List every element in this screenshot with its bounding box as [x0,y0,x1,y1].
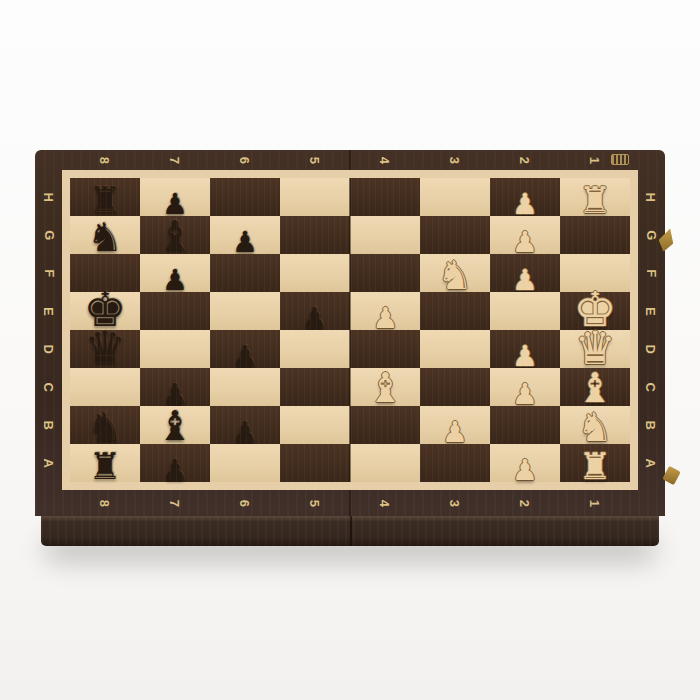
black-pawn-c7: ♟ [140,380,210,409]
board-frame: ♜♟♟♜♞♝♟♟♟♞♟♚♟♟♚♛♟♟♛♟♝♟♝♞♝♟♟♞♜♟♟♜ 8765432… [35,150,665,516]
square-f5[interactable] [280,254,350,292]
square-e1[interactable]: ♚ [560,292,630,330]
square-e3[interactable] [420,292,490,330]
file-left-label-d: D [38,330,60,368]
white-pawn-e4: ♟ [351,304,420,333]
white-pawn-g2: ♟ [490,228,560,257]
file-right-label-a: A [640,444,662,482]
fold-seam-bottom [349,490,351,516]
square-b4[interactable] [350,406,420,444]
square-h4[interactable] [350,178,420,216]
rank-bottom-label-7: 7 [140,493,210,513]
black-queen-d8: ♛ [70,325,140,371]
square-f7[interactable]: ♟ [140,254,210,292]
white-pawn-a2: ♟ [490,456,560,485]
square-b3[interactable]: ♟ [420,406,490,444]
square-h8[interactable]: ♜ [70,178,140,216]
square-f1[interactable] [560,254,630,292]
fold-seam-box [350,516,352,546]
square-b7[interactable]: ♝ [140,406,210,444]
white-rook-h1: ♜ [560,182,630,219]
square-a4[interactable] [350,444,420,482]
file-left-label-g: G [38,216,60,254]
square-a1[interactable]: ♜ [560,444,630,482]
board-grid: ♜♟♟♜♞♝♟♟♟♞♟♚♟♟♚♛♟♟♛♟♝♟♝♞♝♟♟♞♜♟♟♜ [70,178,630,482]
square-c1[interactable]: ♝ [560,368,630,406]
black-pawn-b6: ♟ [210,418,280,447]
square-g5[interactable] [280,216,350,254]
file-left-label-a: A [38,444,60,482]
white-queen-d1: ♛ [560,325,630,371]
square-g6[interactable]: ♟ [210,216,280,254]
square-b8[interactable]: ♞ [70,406,140,444]
square-f2[interactable]: ♟ [490,254,560,292]
square-c8[interactable] [70,368,140,406]
square-c6[interactable] [210,368,280,406]
black-pawn-g6: ♟ [210,228,280,257]
file-left-label-h: H [38,178,60,216]
square-c7[interactable]: ♟ [140,368,210,406]
square-d7[interactable] [140,330,210,368]
file-right-label-b: B [640,406,662,444]
file-right-label-f: F [640,254,662,292]
square-a7[interactable]: ♟ [140,444,210,482]
square-h6[interactable] [210,178,280,216]
rank-top-label-5: 5 [280,151,350,169]
rank-top-label-6: 6 [210,151,280,169]
square-g8[interactable]: ♞ [70,216,140,254]
rank-bottom-label-2: 2 [490,493,560,513]
fold-seam-top [349,150,351,170]
square-f8[interactable] [70,254,140,292]
square-g3[interactable] [420,216,490,254]
board-inner-border: ♜♟♟♜♞♝♟♟♟♞♟♚♟♟♚♛♟♟♛♟♝♟♝♞♝♟♟♞♜♟♟♜ [62,170,638,490]
square-g4[interactable] [350,216,420,254]
square-d6[interactable]: ♟ [210,330,280,368]
black-bishop-g7: ♝ [140,216,210,257]
rank-bottom-label-8: 8 [70,493,140,513]
brand-logo-icon [611,154,629,165]
rank-bottom-label-5: 5 [280,493,350,513]
rank-top-label-4: 4 [350,151,420,169]
square-e4[interactable]: ♟ [350,292,420,330]
brass-latch-icon [662,466,681,485]
square-h5[interactable] [280,178,350,216]
file-labels-left: HGFEDCBA [38,178,60,482]
box-side-panel [41,516,659,546]
square-e5[interactable]: ♟ [280,292,350,330]
rank-top-label-2: 2 [490,151,560,169]
square-c5[interactable] [280,368,350,406]
file-left-label-e: E [38,292,60,330]
square-e6[interactable] [210,292,280,330]
square-f4[interactable] [350,254,420,292]
square-f3[interactable]: ♞ [420,254,490,292]
square-h2[interactable]: ♟ [490,178,560,216]
white-pawn-d2: ♟ [490,342,560,371]
square-c4[interactable]: ♝ [350,368,420,406]
square-a2[interactable]: ♟ [490,444,560,482]
black-knight-g8: ♞ [70,217,140,257]
black-pawn-h7: ♟ [140,190,210,219]
black-knight-b8: ♞ [70,407,140,447]
white-knight-f3: ♞ [420,255,490,295]
rank-bottom-label-1: 1 [560,493,630,513]
square-d8[interactable]: ♛ [70,330,140,368]
square-f6[interactable] [210,254,280,292]
file-left-label-c: C [38,368,60,406]
file-right-label-d: D [640,330,662,368]
square-b1[interactable]: ♞ [560,406,630,444]
white-knight-b1: ♞ [560,407,630,447]
rank-top-label-8: 8 [70,151,140,169]
square-e2[interactable] [490,292,560,330]
black-pawn-d6: ♟ [210,342,280,371]
black-pawn-a7: ♟ [140,456,210,485]
rank-bottom-label-6: 6 [210,493,280,513]
square-h7[interactable]: ♟ [140,178,210,216]
square-b6[interactable]: ♟ [210,406,280,444]
white-pawn-f2: ♟ [490,266,560,295]
file-left-label-f: F [38,254,60,292]
square-d4[interactable] [350,330,420,368]
square-a8[interactable]: ♜ [70,444,140,482]
white-rook-a1: ♜ [560,448,630,485]
black-rook-h8: ♜ [70,182,140,219]
black-bishop-b7: ♝ [140,406,210,447]
white-bishop-c4: ♝ [351,368,420,409]
rank-bottom-label-3: 3 [420,493,490,513]
square-b5[interactable] [280,406,350,444]
black-pawn-e5: ♟ [280,304,349,333]
file-right-label-c: C [640,368,662,406]
square-d1[interactable]: ♛ [560,330,630,368]
square-a5[interactable] [280,444,350,482]
white-king-e1: ♚ [560,285,630,333]
square-a3[interactable] [420,444,490,482]
black-king-e8: ♚ [70,285,140,333]
square-g2[interactable]: ♟ [490,216,560,254]
file-right-label-h: H [640,178,662,216]
square-d2[interactable]: ♟ [490,330,560,368]
square-b2[interactable] [490,406,560,444]
square-g1[interactable] [560,216,630,254]
product-photo: ♜♟♟♜♞♝♟♟♟♞♟♚♟♟♚♛♟♟♛♟♝♟♝♞♝♟♟♞♜♟♟♜ 8765432… [0,0,700,700]
square-a6[interactable] [210,444,280,482]
chess-set: ♜♟♟♜♞♝♟♟♟♞♟♚♟♟♚♛♟♟♛♟♝♟♝♞♝♟♟♞♜♟♟♜ 8765432… [35,150,665,546]
white-pawn-c2: ♟ [490,380,560,409]
black-rook-a8: ♜ [70,448,140,485]
file-right-label-e: E [640,292,662,330]
square-e7[interactable] [140,292,210,330]
square-e8[interactable]: ♚ [70,292,140,330]
black-pawn-f7: ♟ [140,266,210,295]
rank-top-label-7: 7 [140,151,210,169]
white-pawn-b3: ♟ [420,418,490,447]
rank-top-label-3: 3 [420,151,490,169]
square-g7[interactable]: ♝ [140,216,210,254]
square-c2[interactable]: ♟ [490,368,560,406]
square-d5[interactable] [280,330,350,368]
square-c3[interactable] [420,368,490,406]
white-bishop-c1: ♝ [560,368,630,409]
rank-bottom-label-4: 4 [350,493,420,513]
square-h3[interactable] [420,178,490,216]
square-d3[interactable] [420,330,490,368]
file-left-label-b: B [38,406,60,444]
file-right-label-g: G [640,216,662,254]
white-pawn-h2: ♟ [490,190,560,219]
file-labels-right: HGFEDCBA [640,178,662,482]
square-h1[interactable]: ♜ [560,178,630,216]
